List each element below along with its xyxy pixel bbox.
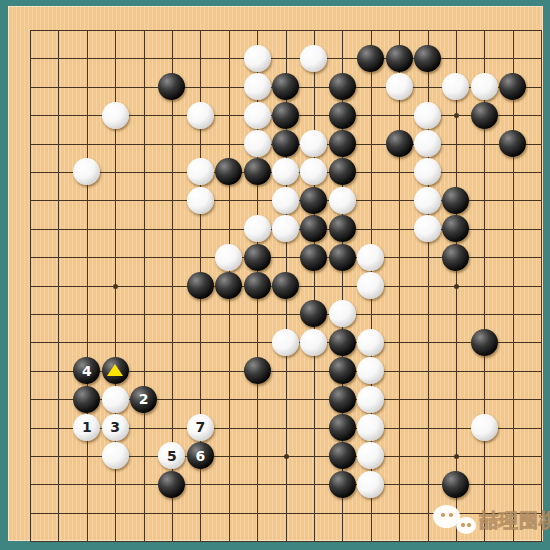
board-point bbox=[300, 73, 328, 101]
board-point bbox=[300, 16, 328, 44]
board-point bbox=[498, 356, 526, 384]
board-point bbox=[271, 385, 299, 413]
white-stone bbox=[300, 158, 327, 185]
board-point bbox=[470, 328, 498, 356]
board-point bbox=[215, 215, 243, 243]
board-point bbox=[243, 413, 271, 441]
black-stone bbox=[329, 73, 356, 100]
board-point bbox=[44, 356, 72, 384]
board-point bbox=[527, 73, 550, 101]
board-point bbox=[470, 186, 498, 214]
board-point bbox=[73, 243, 101, 271]
board-point bbox=[129, 186, 157, 214]
board-point bbox=[73, 44, 101, 72]
board-point bbox=[158, 300, 186, 328]
board-point bbox=[44, 470, 72, 498]
board-point bbox=[356, 356, 384, 384]
board-point bbox=[413, 271, 441, 299]
board-point bbox=[527, 328, 550, 356]
board-point bbox=[442, 470, 470, 498]
black-stone bbox=[386, 130, 413, 157]
black-stone bbox=[329, 471, 356, 498]
board-point bbox=[413, 158, 441, 186]
board-point bbox=[73, 158, 101, 186]
white-stone bbox=[357, 244, 384, 271]
white-stone bbox=[187, 158, 214, 185]
board-point bbox=[215, 186, 243, 214]
board-point bbox=[215, 243, 243, 271]
board-point bbox=[158, 413, 186, 441]
black-stone bbox=[187, 272, 214, 299]
board-point bbox=[129, 527, 157, 550]
board-point bbox=[158, 129, 186, 157]
board-point bbox=[186, 101, 214, 129]
board-point bbox=[271, 186, 299, 214]
board-point bbox=[215, 385, 243, 413]
board-point bbox=[215, 158, 243, 186]
board-point bbox=[215, 328, 243, 356]
board-point bbox=[385, 328, 413, 356]
board-point bbox=[356, 271, 384, 299]
board-point bbox=[413, 385, 441, 413]
black-stone bbox=[300, 300, 327, 327]
white-stone bbox=[357, 272, 384, 299]
board-point bbox=[356, 328, 384, 356]
black-stone bbox=[414, 45, 441, 72]
board-point bbox=[215, 73, 243, 101]
white-stone bbox=[357, 386, 384, 413]
board-point bbox=[300, 470, 328, 498]
board-point bbox=[16, 129, 44, 157]
board-point bbox=[470, 413, 498, 441]
board-point bbox=[470, 271, 498, 299]
black-stone bbox=[329, 386, 356, 413]
board-point bbox=[186, 16, 214, 44]
white-stone bbox=[357, 414, 384, 441]
board-point bbox=[44, 73, 72, 101]
board-point bbox=[300, 527, 328, 550]
board-point bbox=[129, 101, 157, 129]
board-point bbox=[328, 16, 356, 44]
black-stone bbox=[329, 357, 356, 384]
board-point bbox=[356, 300, 384, 328]
black-stone bbox=[329, 158, 356, 185]
board-point bbox=[243, 16, 271, 44]
board-point bbox=[385, 300, 413, 328]
triangle-mark-icon bbox=[107, 364, 123, 376]
board-point bbox=[215, 101, 243, 129]
board-point bbox=[356, 16, 384, 44]
board-point bbox=[356, 129, 384, 157]
wechat-bubble-small bbox=[456, 517, 476, 534]
board-point: 4 bbox=[73, 356, 101, 384]
board-point bbox=[44, 44, 72, 72]
black-stone bbox=[386, 45, 413, 72]
board-point bbox=[101, 158, 129, 186]
white-stone bbox=[215, 244, 242, 271]
board-point bbox=[413, 356, 441, 384]
go-board: 4213756 bbox=[8, 6, 543, 541]
board-point bbox=[470, 101, 498, 129]
board-point bbox=[16, 470, 44, 498]
board-point bbox=[498, 158, 526, 186]
white-stone bbox=[471, 414, 498, 441]
board-point bbox=[442, 44, 470, 72]
board-point bbox=[158, 73, 186, 101]
board-point: 2 bbox=[129, 385, 157, 413]
board-point bbox=[356, 101, 384, 129]
board-point bbox=[129, 243, 157, 271]
board-point bbox=[186, 215, 214, 243]
board-point bbox=[385, 129, 413, 157]
black-stone bbox=[329, 414, 356, 441]
white-stone bbox=[329, 187, 356, 214]
board-point bbox=[271, 158, 299, 186]
board-point bbox=[498, 44, 526, 72]
board-point bbox=[413, 243, 441, 271]
board-point bbox=[413, 413, 441, 441]
board-point bbox=[470, 470, 498, 498]
board-point bbox=[73, 215, 101, 243]
board-point bbox=[101, 129, 129, 157]
board-point bbox=[16, 101, 44, 129]
board-point bbox=[442, 215, 470, 243]
board-point bbox=[328, 328, 356, 356]
board-point bbox=[16, 186, 44, 214]
board-point bbox=[44, 498, 72, 526]
board-point bbox=[498, 16, 526, 44]
board-point bbox=[243, 328, 271, 356]
board-point bbox=[328, 158, 356, 186]
board-point bbox=[44, 271, 72, 299]
board-point bbox=[413, 101, 441, 129]
board-point bbox=[328, 300, 356, 328]
board-point bbox=[186, 385, 214, 413]
board-point bbox=[328, 271, 356, 299]
white-stone bbox=[300, 45, 327, 72]
board-point bbox=[243, 158, 271, 186]
black-stone bbox=[272, 272, 299, 299]
board-point bbox=[356, 470, 384, 498]
board-point bbox=[215, 498, 243, 526]
board-point bbox=[385, 243, 413, 271]
board-point bbox=[101, 498, 129, 526]
board-point bbox=[101, 16, 129, 44]
board-point bbox=[413, 16, 441, 44]
white-stone bbox=[244, 215, 271, 242]
board-point bbox=[215, 44, 243, 72]
watermark-text: 喆理围棋 bbox=[479, 508, 550, 534]
board-point bbox=[385, 470, 413, 498]
board-point bbox=[158, 158, 186, 186]
board-point bbox=[328, 243, 356, 271]
board-point bbox=[16, 243, 44, 271]
board-point bbox=[129, 356, 157, 384]
board-point bbox=[328, 129, 356, 157]
board-point bbox=[44, 243, 72, 271]
board-point bbox=[527, 186, 550, 214]
board-point bbox=[101, 356, 129, 384]
board-point bbox=[73, 498, 101, 526]
board-point bbox=[44, 328, 72, 356]
board-point bbox=[186, 470, 214, 498]
board-point bbox=[271, 498, 299, 526]
board-point bbox=[129, 129, 157, 157]
white-stone: 7 bbox=[187, 414, 214, 441]
board-point bbox=[44, 16, 72, 44]
board-point bbox=[385, 442, 413, 470]
board-point bbox=[101, 328, 129, 356]
board-point bbox=[16, 442, 44, 470]
black-stone bbox=[244, 357, 271, 384]
board-point bbox=[129, 271, 157, 299]
board-point bbox=[271, 470, 299, 498]
board-point bbox=[44, 215, 72, 243]
board-point bbox=[527, 215, 550, 243]
white-stone: 3 bbox=[102, 414, 129, 441]
board-point bbox=[442, 129, 470, 157]
black-stone bbox=[471, 102, 498, 129]
board-point bbox=[215, 356, 243, 384]
move-number-label: 6 bbox=[195, 449, 205, 463]
board-point bbox=[271, 243, 299, 271]
board-point bbox=[16, 328, 44, 356]
board-point bbox=[44, 186, 72, 214]
black-stone bbox=[300, 187, 327, 214]
board-point bbox=[215, 413, 243, 441]
board-point bbox=[413, 215, 441, 243]
star-point bbox=[454, 284, 459, 289]
board-point bbox=[101, 73, 129, 101]
board-point bbox=[16, 527, 44, 550]
move-number-label: 7 bbox=[195, 420, 205, 434]
board-point bbox=[215, 442, 243, 470]
move-number-label: 4 bbox=[82, 364, 92, 378]
board-point bbox=[328, 44, 356, 72]
board-point bbox=[16, 413, 44, 441]
board-point bbox=[215, 271, 243, 299]
board-point bbox=[442, 16, 470, 44]
board-point bbox=[300, 215, 328, 243]
black-stone bbox=[244, 272, 271, 299]
board-point bbox=[328, 498, 356, 526]
board-point bbox=[129, 413, 157, 441]
board-point bbox=[328, 442, 356, 470]
board-point bbox=[271, 328, 299, 356]
board-point bbox=[271, 101, 299, 129]
board-point: 7 bbox=[186, 413, 214, 441]
black-stone bbox=[442, 244, 469, 271]
board-point: 6 bbox=[186, 442, 214, 470]
board-point bbox=[16, 385, 44, 413]
board-point bbox=[44, 413, 72, 441]
board-point bbox=[300, 243, 328, 271]
board-point bbox=[243, 44, 271, 72]
board-point bbox=[243, 498, 271, 526]
board-point bbox=[243, 73, 271, 101]
black-stone bbox=[158, 73, 185, 100]
black-stone bbox=[272, 73, 299, 100]
board-point bbox=[129, 73, 157, 101]
board-point bbox=[328, 385, 356, 413]
board-point bbox=[356, 73, 384, 101]
black-stone bbox=[300, 244, 327, 271]
board-point bbox=[271, 73, 299, 101]
board-point bbox=[73, 442, 101, 470]
black-stone: 6 bbox=[187, 442, 214, 469]
board-point: 3 bbox=[101, 413, 129, 441]
black-stone bbox=[329, 215, 356, 242]
board-point bbox=[243, 385, 271, 413]
board-point bbox=[243, 186, 271, 214]
board-point bbox=[442, 356, 470, 384]
board-point bbox=[356, 498, 384, 526]
board-point bbox=[243, 470, 271, 498]
board-point bbox=[527, 158, 550, 186]
white-stone: 1 bbox=[73, 414, 100, 441]
board-point bbox=[243, 215, 271, 243]
board-point bbox=[385, 498, 413, 526]
white-stone bbox=[357, 357, 384, 384]
board-point bbox=[527, 271, 550, 299]
white-stone bbox=[357, 329, 384, 356]
board-point bbox=[385, 385, 413, 413]
black-stone bbox=[73, 386, 100, 413]
board-point bbox=[186, 356, 214, 384]
board-point bbox=[385, 158, 413, 186]
board-point bbox=[300, 44, 328, 72]
board-point bbox=[16, 73, 44, 101]
board-point bbox=[527, 470, 550, 498]
white-stone bbox=[300, 329, 327, 356]
board-point bbox=[498, 101, 526, 129]
board-point bbox=[129, 498, 157, 526]
board-point bbox=[158, 385, 186, 413]
board-point bbox=[498, 129, 526, 157]
board-point bbox=[73, 271, 101, 299]
white-stone bbox=[73, 158, 100, 185]
board-point bbox=[300, 271, 328, 299]
board-point bbox=[271, 215, 299, 243]
board-point bbox=[158, 44, 186, 72]
board-point bbox=[385, 73, 413, 101]
board-point bbox=[413, 44, 441, 72]
star-point bbox=[284, 454, 289, 459]
board-point bbox=[129, 215, 157, 243]
board-point bbox=[413, 470, 441, 498]
black-stone bbox=[272, 130, 299, 157]
white-stone bbox=[102, 102, 129, 129]
board-point bbox=[385, 215, 413, 243]
white-stone bbox=[244, 73, 271, 100]
board-point bbox=[73, 300, 101, 328]
board-point bbox=[328, 101, 356, 129]
board-point bbox=[158, 356, 186, 384]
board-point bbox=[413, 300, 441, 328]
black-stone bbox=[329, 130, 356, 157]
black-stone bbox=[158, 471, 185, 498]
black-stone bbox=[329, 244, 356, 271]
board-point bbox=[16, 498, 44, 526]
board-point bbox=[44, 385, 72, 413]
white-stone bbox=[357, 442, 384, 469]
board-point bbox=[356, 215, 384, 243]
move-number-label: 1 bbox=[82, 420, 92, 434]
board-point bbox=[385, 271, 413, 299]
white-stone bbox=[442, 73, 469, 100]
board-point bbox=[470, 44, 498, 72]
board-point bbox=[498, 385, 526, 413]
white-stone bbox=[414, 102, 441, 129]
board-point bbox=[300, 300, 328, 328]
board-point bbox=[186, 300, 214, 328]
board-point bbox=[16, 16, 44, 44]
white-stone bbox=[244, 45, 271, 72]
move-number-label: 5 bbox=[167, 449, 177, 463]
board-point bbox=[215, 16, 243, 44]
board-point bbox=[300, 328, 328, 356]
board-point bbox=[527, 16, 550, 44]
black-stone bbox=[499, 73, 526, 100]
board-point bbox=[44, 101, 72, 129]
board-point bbox=[44, 158, 72, 186]
board-point bbox=[129, 300, 157, 328]
board-intersections: 4213756 bbox=[16, 16, 550, 550]
board-point bbox=[73, 186, 101, 214]
black-stone bbox=[471, 329, 498, 356]
board-point bbox=[215, 300, 243, 328]
board-point bbox=[300, 129, 328, 157]
board-point bbox=[470, 129, 498, 157]
board-point bbox=[442, 413, 470, 441]
board-point bbox=[186, 186, 214, 214]
board-point bbox=[385, 16, 413, 44]
board-point bbox=[498, 300, 526, 328]
board-point bbox=[73, 328, 101, 356]
board-point: 1 bbox=[73, 413, 101, 441]
board-point bbox=[385, 101, 413, 129]
board-point bbox=[413, 186, 441, 214]
black-stone: 2 bbox=[130, 386, 157, 413]
board-point bbox=[73, 385, 101, 413]
board-point bbox=[243, 271, 271, 299]
board-point bbox=[527, 129, 550, 157]
board-point bbox=[328, 470, 356, 498]
wechat-icon bbox=[431, 501, 479, 541]
board-point bbox=[158, 186, 186, 214]
board-point bbox=[129, 328, 157, 356]
board-point bbox=[186, 73, 214, 101]
board-point bbox=[328, 215, 356, 243]
board-point bbox=[328, 73, 356, 101]
board-point bbox=[328, 527, 356, 550]
board-point bbox=[101, 385, 129, 413]
board-point bbox=[527, 44, 550, 72]
board-point bbox=[527, 385, 550, 413]
white-stone bbox=[102, 442, 129, 469]
black-stone bbox=[244, 244, 271, 271]
board-point bbox=[442, 243, 470, 271]
board-point bbox=[73, 527, 101, 550]
board-point bbox=[300, 186, 328, 214]
board-point bbox=[186, 498, 214, 526]
white-stone bbox=[414, 130, 441, 157]
board-point bbox=[498, 470, 526, 498]
board-point bbox=[186, 158, 214, 186]
board-point bbox=[158, 215, 186, 243]
black-stone bbox=[442, 187, 469, 214]
white-stone: 5 bbox=[158, 442, 185, 469]
